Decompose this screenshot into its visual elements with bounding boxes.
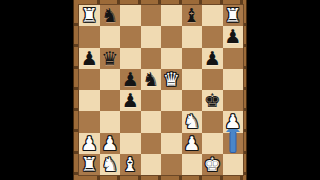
- square-g6[interactable]: ♟: [202, 48, 223, 69]
- square-b1[interactable]: ♞: [100, 154, 121, 175]
- chess-board[interactable]: ♜♞♝♜♟♟♛♟♟♞♛♟♚♞♟♟♟♟♜♞♝♚: [79, 5, 243, 175]
- square-b3[interactable]: [100, 111, 121, 132]
- square-h5[interactable]: [223, 69, 244, 90]
- square-d5[interactable]: ♞: [141, 69, 162, 90]
- piece-white-knight-f3[interactable]: ♞: [182, 111, 203, 132]
- square-f6[interactable]: [182, 48, 203, 69]
- piece-white-pawn-a2[interactable]: ♟: [79, 133, 100, 154]
- square-g1[interactable]: ♚: [202, 154, 223, 175]
- piece-black-knight-b8[interactable]: ♞: [100, 5, 121, 26]
- square-a2[interactable]: ♟: [79, 133, 100, 154]
- square-a1[interactable]: ♜: [79, 154, 100, 175]
- square-f7[interactable]: [182, 26, 203, 47]
- square-a7[interactable]: [79, 26, 100, 47]
- square-b4[interactable]: [100, 90, 121, 111]
- piece-black-king-g4[interactable]: ♚: [202, 90, 223, 111]
- piece-black-pawn-c4[interactable]: ♟: [120, 90, 141, 111]
- square-e4[interactable]: [161, 90, 182, 111]
- square-f1[interactable]: [182, 154, 203, 175]
- piece-white-rook-h8[interactable]: ♜: [223, 5, 244, 26]
- piece-white-queen-e5[interactable]: ♛: [161, 69, 182, 90]
- piece-black-pawn-g6[interactable]: ♟: [202, 48, 223, 69]
- square-c3[interactable]: [120, 111, 141, 132]
- piece-white-pawn-h3[interactable]: ♟: [223, 111, 244, 132]
- square-g8[interactable]: [202, 5, 223, 26]
- square-b7[interactable]: [100, 26, 121, 47]
- piece-black-pawn-h7[interactable]: ♟: [223, 26, 244, 47]
- square-e8[interactable]: [161, 5, 182, 26]
- square-h1[interactable]: [223, 154, 244, 175]
- piece-white-knight-b1[interactable]: ♞: [100, 154, 121, 175]
- piece-black-bishop-f8[interactable]: ♝: [182, 5, 203, 26]
- piece-white-king-g1[interactable]: ♚: [202, 154, 223, 175]
- chess-board-frame: ♜♞♝♜♟♟♛♟♟♞♛♟♚♞♟♟♟♟♜♞♝♚: [73, 0, 247, 180]
- square-d8[interactable]: [141, 5, 162, 26]
- square-f5[interactable]: [182, 69, 203, 90]
- square-g4[interactable]: ♚: [202, 90, 223, 111]
- square-a5[interactable]: [79, 69, 100, 90]
- square-b8[interactable]: ♞: [100, 5, 121, 26]
- square-c8[interactable]: [120, 5, 141, 26]
- square-g3[interactable]: [202, 111, 223, 132]
- square-c7[interactable]: [120, 26, 141, 47]
- square-b2[interactable]: ♟: [100, 133, 121, 154]
- square-g7[interactable]: [202, 26, 223, 47]
- square-d1[interactable]: [141, 154, 162, 175]
- square-f8[interactable]: ♝: [182, 5, 203, 26]
- piece-black-knight-d5[interactable]: ♞: [141, 69, 162, 90]
- screenshot-stage: ♜♞♝♜♟♟♛♟♟♞♛♟♚♞♟♟♟♟♜♞♝♚: [0, 0, 320, 180]
- square-c4[interactable]: ♟: [120, 90, 141, 111]
- piece-black-pawn-c5[interactable]: ♟: [120, 69, 141, 90]
- square-g5[interactable]: [202, 69, 223, 90]
- square-h6[interactable]: [223, 48, 244, 69]
- square-f4[interactable]: [182, 90, 203, 111]
- square-f2[interactable]: ♟: [182, 133, 203, 154]
- square-d6[interactable]: [141, 48, 162, 69]
- square-e1[interactable]: [161, 154, 182, 175]
- piece-white-pawn-f2[interactable]: ♟: [182, 133, 203, 154]
- piece-white-pawn-b2[interactable]: ♟: [100, 133, 121, 154]
- square-e6[interactable]: [161, 48, 182, 69]
- square-c2[interactable]: [120, 133, 141, 154]
- piece-white-rook-a1[interactable]: ♜: [79, 154, 100, 175]
- square-h7[interactable]: ♟: [223, 26, 244, 47]
- square-b6[interactable]: ♛: [100, 48, 121, 69]
- square-a3[interactable]: [79, 111, 100, 132]
- square-h3[interactable]: ♟: [223, 111, 244, 132]
- square-a6[interactable]: ♟: [79, 48, 100, 69]
- square-a4[interactable]: [79, 90, 100, 111]
- square-g2[interactable]: [202, 133, 223, 154]
- square-d2[interactable]: [141, 133, 162, 154]
- piece-black-queen-b6[interactable]: ♛: [100, 48, 121, 69]
- square-b5[interactable]: [100, 69, 121, 90]
- right-black-bar: [247, 0, 320, 180]
- piece-white-rook-a8[interactable]: ♜: [79, 5, 100, 26]
- square-h8[interactable]: ♜: [223, 5, 244, 26]
- square-d7[interactable]: [141, 26, 162, 47]
- square-h2[interactable]: [223, 133, 244, 154]
- square-e5[interactable]: ♛: [161, 69, 182, 90]
- square-h4[interactable]: [223, 90, 244, 111]
- square-a8[interactable]: ♜: [79, 5, 100, 26]
- square-d3[interactable]: [141, 111, 162, 132]
- square-c6[interactable]: [120, 48, 141, 69]
- square-e2[interactable]: [161, 133, 182, 154]
- square-c1[interactable]: ♝: [120, 154, 141, 175]
- square-e3[interactable]: [161, 111, 182, 132]
- square-e7[interactable]: [161, 26, 182, 47]
- piece-black-pawn-a6[interactable]: ♟: [79, 48, 100, 69]
- square-d4[interactable]: [141, 90, 162, 111]
- piece-white-bishop-c1[interactable]: ♝: [120, 154, 141, 175]
- square-c5[interactable]: ♟: [120, 69, 141, 90]
- square-f3[interactable]: ♞: [182, 111, 203, 132]
- frame-ticks-bottom: [79, 175, 243, 180]
- left-black-bar: [0, 0, 73, 180]
